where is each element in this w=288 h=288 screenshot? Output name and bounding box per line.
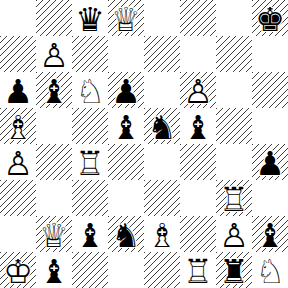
square-h2[interactable]: ♝♝ [252,216,288,252]
white-rook-icon: ♖ [219,183,249,216]
white-rook-icon: ♖ [75,147,105,180]
square-c7[interactable] [72,36,108,72]
white-king-icon: ♔ [3,255,33,288]
square-g5[interactable] [216,108,252,144]
square-e4[interactable] [144,144,180,180]
black-bishop-icon: ♝ [39,75,69,108]
square-b3[interactable] [36,180,72,216]
square-d8[interactable]: ♛♕ [108,0,144,36]
square-h6[interactable] [252,72,288,108]
black-knight-icon: ♞ [147,111,177,144]
square-g7[interactable] [216,36,252,72]
square-e7[interactable] [144,36,180,72]
square-h8[interactable]: ♚♚ [252,0,288,36]
square-g6[interactable] [216,72,252,108]
square-a4[interactable]: ♟♙ [0,144,36,180]
square-e8[interactable] [144,0,180,36]
square-d4[interactable] [108,144,144,180]
square-c8[interactable]: ♛♛ [72,0,108,36]
square-e5[interactable]: ♞♞ [144,108,180,144]
chess-board: ♛♛♛♕♚♚♟♙♟♟♝♝♞♘♟♟♟♙♝♗♝♝♞♞♝♝♟♙♜♖♟♟♜♖♛♕♝♝♞♞… [0,0,288,288]
square-h1[interactable]: ♞♘ [252,252,288,288]
square-b7[interactable]: ♟♙ [36,36,72,72]
square-e1[interactable] [144,252,180,288]
square-h4[interactable]: ♟♟ [252,144,288,180]
square-h3[interactable] [252,180,288,216]
black-king-icon: ♚ [255,3,285,36]
square-d5[interactable]: ♝♝ [108,108,144,144]
square-b8[interactable] [36,0,72,36]
square-g2[interactable]: ♟♙ [216,216,252,252]
square-c2[interactable]: ♝♝ [72,216,108,252]
black-bishop-icon: ♝ [255,219,285,252]
square-e3[interactable] [144,180,180,216]
square-h7[interactable] [252,36,288,72]
black-bishop-icon: ♝ [75,219,105,252]
black-rook-icon: ♜ [219,255,249,288]
square-c1[interactable] [72,252,108,288]
white-bishop-icon: ♗ [147,219,177,252]
square-d6[interactable]: ♟♟ [108,72,144,108]
square-f7[interactable] [180,36,216,72]
white-bishop-icon: ♗ [3,111,33,144]
square-g8[interactable] [216,0,252,36]
square-f8[interactable] [180,0,216,36]
black-pawn-icon: ♟ [111,75,141,108]
square-a6[interactable]: ♟♟ [0,72,36,108]
white-pawn-icon: ♙ [39,39,69,72]
black-pawn-icon: ♟ [255,147,285,180]
square-d3[interactable] [108,180,144,216]
square-b6[interactable]: ♝♝ [36,72,72,108]
square-b2[interactable]: ♛♕ [36,216,72,252]
square-f4[interactable] [180,144,216,180]
square-b5[interactable] [36,108,72,144]
square-f6[interactable]: ♟♙ [180,72,216,108]
black-queen-icon: ♛ [75,3,105,36]
square-f2[interactable] [180,216,216,252]
square-f5[interactable]: ♝♝ [180,108,216,144]
square-a5[interactable]: ♝♗ [0,108,36,144]
square-a1[interactable]: ♚♔ [0,252,36,288]
square-a7[interactable] [0,36,36,72]
square-e2[interactable]: ♝♗ [144,216,180,252]
white-rook-icon: ♖ [183,255,213,288]
square-c3[interactable] [72,180,108,216]
square-a3[interactable] [0,180,36,216]
black-knight-icon: ♞ [111,219,141,252]
square-c5[interactable] [72,108,108,144]
square-e6[interactable] [144,72,180,108]
square-d2[interactable]: ♞♞ [108,216,144,252]
square-f1[interactable]: ♜♖ [180,252,216,288]
black-bishop-icon: ♝ [39,255,69,288]
white-pawn-icon: ♙ [3,147,33,180]
square-b1[interactable]: ♝♝ [36,252,72,288]
white-queen-icon: ♕ [111,3,141,36]
square-a8[interactable] [0,0,36,36]
white-pawn-icon: ♙ [219,219,249,252]
black-bishop-icon: ♝ [111,111,141,144]
white-pawn-icon: ♙ [183,75,213,108]
white-queen-icon: ♕ [39,219,69,252]
black-pawn-icon: ♟ [3,75,33,108]
square-d1[interactable] [108,252,144,288]
square-c6[interactable]: ♞♘ [72,72,108,108]
square-g4[interactable] [216,144,252,180]
square-g1[interactable]: ♜♜ [216,252,252,288]
square-d7[interactable] [108,36,144,72]
square-a2[interactable] [0,216,36,252]
white-knight-icon: ♘ [75,75,105,108]
white-knight-icon: ♘ [255,255,285,288]
black-bishop-icon: ♝ [183,111,213,144]
square-c4[interactable]: ♜♖ [72,144,108,180]
square-g3[interactable]: ♜♖ [216,180,252,216]
square-h5[interactable] [252,108,288,144]
square-f3[interactable] [180,180,216,216]
square-b4[interactable] [36,144,72,180]
